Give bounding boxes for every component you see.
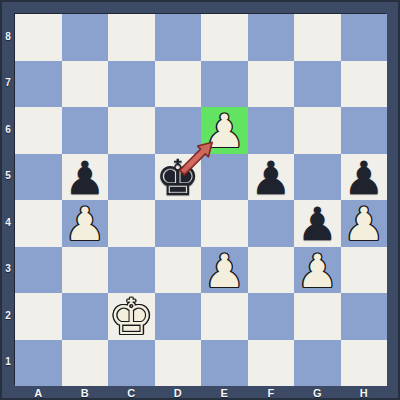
white-pawn[interactable]: ♟ [204,108,245,154]
square-b1[interactable] [62,340,109,387]
white-pawn[interactable]: ♟ [204,248,245,294]
file-label-h: H [341,386,388,400]
square-g4[interactable]: ♟ [294,200,341,247]
square-h1[interactable] [341,340,388,387]
rank-label-8: 8 [2,13,14,60]
rank-label-1: 1 [2,339,14,386]
square-a2[interactable] [15,293,62,340]
square-e5[interactable] [201,154,248,201]
square-c4[interactable] [108,200,155,247]
square-h6[interactable] [341,107,388,154]
rank-label-7: 7 [2,60,14,107]
square-f6[interactable] [248,107,295,154]
square-h3[interactable] [341,247,388,294]
black-pawn[interactable]: ♟ [250,155,291,201]
square-d5[interactable]: ♚ [155,154,202,201]
chess-board-frame: ♟♟♚♟♟♟♟♟♟♟♚ 87654321 ABCDEFGH [0,0,400,400]
rank-label-3: 3 [2,246,14,293]
square-d3[interactable] [155,247,202,294]
square-a5[interactable] [15,154,62,201]
square-h8[interactable] [341,14,388,61]
square-c7[interactable] [108,61,155,108]
square-c2[interactable]: ♚ [108,293,155,340]
file-label-c: C [108,386,155,400]
square-d7[interactable] [155,61,202,108]
square-b7[interactable] [62,61,109,108]
square-b6[interactable] [62,107,109,154]
square-f5[interactable]: ♟ [248,154,295,201]
square-e1[interactable] [201,340,248,387]
square-b2[interactable] [62,293,109,340]
square-f2[interactable] [248,293,295,340]
rank-label-5: 5 [2,153,14,200]
white-pawn[interactable]: ♟ [64,201,105,247]
square-e4[interactable] [201,200,248,247]
square-d2[interactable] [155,293,202,340]
square-a3[interactable] [15,247,62,294]
file-label-f: F [248,386,295,400]
square-c1[interactable] [108,340,155,387]
square-h5[interactable]: ♟ [341,154,388,201]
black-pawn[interactable]: ♟ [64,155,105,201]
square-g7[interactable] [294,61,341,108]
square-a1[interactable] [15,340,62,387]
black-pawn[interactable]: ♟ [343,155,384,201]
square-c8[interactable] [108,14,155,61]
file-label-d: D [155,386,202,400]
square-b3[interactable] [62,247,109,294]
square-f4[interactable] [248,200,295,247]
square-g3[interactable]: ♟ [294,247,341,294]
square-e7[interactable] [201,61,248,108]
file-label-g: G [294,386,341,400]
square-c3[interactable] [108,247,155,294]
square-b5[interactable]: ♟ [62,154,109,201]
square-g8[interactable] [294,14,341,61]
rank-label-2: 2 [2,292,14,339]
square-f3[interactable] [248,247,295,294]
square-a4[interactable] [15,200,62,247]
white-king[interactable]: ♚ [109,292,154,342]
white-pawn[interactable]: ♟ [297,248,338,294]
square-g2[interactable] [294,293,341,340]
rank-label-4: 4 [2,199,14,246]
square-h7[interactable] [341,61,388,108]
square-a8[interactable] [15,14,62,61]
square-f1[interactable] [248,340,295,387]
square-a6[interactable] [15,107,62,154]
white-pawn[interactable]: ♟ [343,201,384,247]
black-pawn[interactable]: ♟ [297,201,338,247]
file-label-e: E [201,386,248,400]
square-c6[interactable] [108,107,155,154]
rank-label-6: 6 [2,106,14,153]
square-f8[interactable] [248,14,295,61]
square-d4[interactable] [155,200,202,247]
square-c5[interactable] [108,154,155,201]
chess-board: ♟♟♚♟♟♟♟♟♟♟♚ [14,13,386,385]
square-e3[interactable]: ♟ [201,247,248,294]
square-g5[interactable] [294,154,341,201]
square-e6[interactable]: ♟ [201,107,248,154]
square-d6[interactable] [155,107,202,154]
square-f7[interactable] [248,61,295,108]
square-b8[interactable] [62,14,109,61]
square-e2[interactable] [201,293,248,340]
black-king[interactable]: ♚ [155,153,200,203]
square-h2[interactable] [341,293,388,340]
square-h4[interactable]: ♟ [341,200,388,247]
file-label-a: A [15,386,62,400]
square-d8[interactable] [155,14,202,61]
square-g6[interactable] [294,107,341,154]
square-d1[interactable] [155,340,202,387]
square-a7[interactable] [15,61,62,108]
square-g1[interactable] [294,340,341,387]
file-label-b: B [62,386,109,400]
square-b4[interactable]: ♟ [62,200,109,247]
square-e8[interactable] [201,14,248,61]
